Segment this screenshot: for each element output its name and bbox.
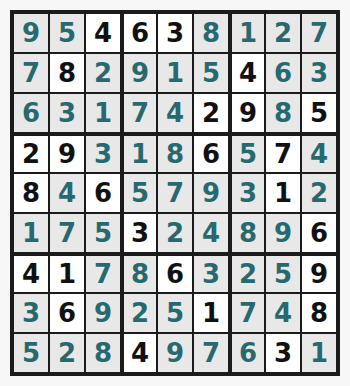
cell-r2c2-given[interactable]: 8 — [50, 54, 84, 92]
cell-r6c5-solved[interactable]: 2 — [158, 214, 192, 252]
cell-r8c3-solved[interactable]: 9 — [86, 294, 120, 332]
cell-r2c8-solved[interactable]: 6 — [266, 54, 300, 92]
cell-r5c2-solved[interactable]: 4 — [50, 174, 84, 212]
cell-r3c5-solved[interactable]: 4 — [158, 94, 192, 132]
cell-r4c4-solved[interactable]: 1 — [122, 134, 156, 172]
cell-r6c9-given[interactable]: 6 — [302, 214, 336, 252]
cell-r6c3-solved[interactable]: 5 — [86, 214, 120, 252]
cell-r9c1-solved[interactable]: 5 — [14, 334, 48, 372]
cell-r8c4-solved[interactable]: 2 — [122, 294, 156, 332]
cell-r5c7-solved[interactable]: 3 — [230, 174, 264, 212]
cell-r6c7-solved[interactable]: 8 — [230, 214, 264, 252]
cell-r1c3-given[interactable]: 4 — [86, 14, 120, 52]
sudoku-board: 9546381277829154636317429852931865748465… — [10, 10, 340, 376]
cell-r1c7-solved[interactable]: 1 — [230, 14, 264, 52]
cell-r9c7-solved[interactable]: 6 — [230, 334, 264, 372]
cell-r9c5-solved[interactable]: 9 — [158, 334, 192, 372]
cell-r1c6-solved[interactable]: 8 — [194, 14, 228, 52]
cell-r8c9-given[interactable]: 8 — [302, 294, 336, 332]
cell-r8c2-given[interactable]: 6 — [50, 294, 84, 332]
cell-r6c2-solved[interactable]: 7 — [50, 214, 84, 252]
cell-r9c6-solved[interactable]: 7 — [194, 334, 228, 372]
cell-r7c7-solved[interactable]: 2 — [230, 254, 264, 292]
cell-r2c6-solved[interactable]: 5 — [194, 54, 228, 92]
cell-r7c2-given[interactable]: 1 — [50, 254, 84, 292]
cell-r2c7-given[interactable]: 4 — [230, 54, 264, 92]
cell-r1c9-solved[interactable]: 7 — [302, 14, 336, 52]
cell-r1c1-solved[interactable]: 9 — [14, 14, 48, 52]
cell-r4c5-solved[interactable]: 8 — [158, 134, 192, 172]
cell-r2c4-solved[interactable]: 9 — [122, 54, 156, 92]
cell-r8c7-solved[interactable]: 7 — [230, 294, 264, 332]
cell-r3c8-solved[interactable]: 8 — [266, 94, 300, 132]
cell-r2c9-solved[interactable]: 3 — [302, 54, 336, 92]
cell-r3c6-given[interactable]: 2 — [194, 94, 228, 132]
cell-r5c4-solved[interactable]: 5 — [122, 174, 156, 212]
cell-r7c1-given[interactable]: 4 — [14, 254, 48, 292]
cell-r1c4-given[interactable]: 6 — [122, 14, 156, 52]
cell-r3c9-given[interactable]: 5 — [302, 94, 336, 132]
cell-r7c5-given[interactable]: 6 — [158, 254, 192, 292]
cell-r6c8-solved[interactable]: 9 — [266, 214, 300, 252]
cell-r7c3-solved[interactable]: 7 — [86, 254, 120, 292]
cell-r8c5-solved[interactable]: 5 — [158, 294, 192, 332]
cell-r5c6-solved[interactable]: 9 — [194, 174, 228, 212]
cell-r5c5-solved[interactable]: 7 — [158, 174, 192, 212]
cell-r7c4-solved[interactable]: 8 — [122, 254, 156, 292]
cell-r4c8-given[interactable]: 7 — [266, 134, 300, 172]
cell-r3c2-solved[interactable]: 3 — [50, 94, 84, 132]
cell-r4c2-given[interactable]: 9 — [50, 134, 84, 172]
cell-r3c7-given[interactable]: 9 — [230, 94, 264, 132]
cell-r9c9-solved[interactable]: 1 — [302, 334, 336, 372]
cell-r4c9-solved[interactable]: 4 — [302, 134, 336, 172]
cell-r1c2-solved[interactable]: 5 — [50, 14, 84, 52]
cell-r5c9-solved[interactable]: 2 — [302, 174, 336, 212]
cell-r5c8-given[interactable]: 1 — [266, 174, 300, 212]
cell-r8c6-given[interactable]: 1 — [194, 294, 228, 332]
cell-r5c3-given[interactable]: 6 — [86, 174, 120, 212]
cell-r3c1-solved[interactable]: 6 — [14, 94, 48, 132]
cell-r3c4-solved[interactable]: 7 — [122, 94, 156, 132]
cell-r4c6-given[interactable]: 6 — [194, 134, 228, 172]
cell-r1c5-given[interactable]: 3 — [158, 14, 192, 52]
cell-r7c8-solved[interactable]: 5 — [266, 254, 300, 292]
cell-r6c4-given[interactable]: 3 — [122, 214, 156, 252]
cell-r7c9-given[interactable]: 9 — [302, 254, 336, 292]
cell-r6c1-solved[interactable]: 1 — [14, 214, 48, 252]
cell-r6c6-solved[interactable]: 4 — [194, 214, 228, 252]
cell-r5c1-given[interactable]: 8 — [14, 174, 48, 212]
cell-r7c6-solved[interactable]: 3 — [194, 254, 228, 292]
cell-r3c3-solved[interactable]: 1 — [86, 94, 120, 132]
cell-r2c5-solved[interactable]: 1 — [158, 54, 192, 92]
cell-r8c8-solved[interactable]: 4 — [266, 294, 300, 332]
cell-r9c3-solved[interactable]: 8 — [86, 334, 120, 372]
cell-r9c4-given[interactable]: 4 — [122, 334, 156, 372]
cell-r4c1-given[interactable]: 2 — [14, 134, 48, 172]
cell-r2c1-solved[interactable]: 7 — [14, 54, 48, 92]
sudoku-page: 9546381277829154636317429852931865748465… — [0, 0, 350, 386]
cell-r4c7-solved[interactable]: 5 — [230, 134, 264, 172]
cell-r2c3-solved[interactable]: 2 — [86, 54, 120, 92]
cell-r9c8-given[interactable]: 3 — [266, 334, 300, 372]
cell-r8c1-solved[interactable]: 3 — [14, 294, 48, 332]
cell-r1c8-solved[interactable]: 2 — [266, 14, 300, 52]
cell-r4c3-solved[interactable]: 3 — [86, 134, 120, 172]
cell-r9c2-solved[interactable]: 2 — [50, 334, 84, 372]
